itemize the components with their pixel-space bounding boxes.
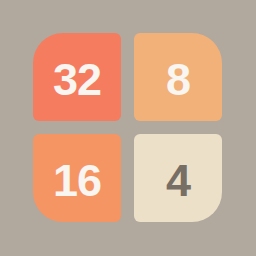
tile-8: 8 [134,33,222,121]
tile-32-value: 32 [53,57,101,102]
tile-4-value: 4 [166,158,190,203]
tile-8-value: 8 [166,57,190,102]
tile-4: 4 [134,134,222,222]
tile-16-value: 16 [53,158,101,203]
app-icon-2048: 32 8 16 4 [0,0,256,256]
tile-32: 32 [33,33,121,121]
tile-16: 16 [33,134,121,222]
game-board[interactable]: 32 8 16 4 [33,33,222,222]
